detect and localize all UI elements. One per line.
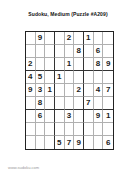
cell-r3-c3[interactable]	[45, 58, 55, 71]
cell-r3-c6[interactable]	[74, 58, 84, 71]
given-digit: 6	[106, 139, 110, 147]
cell-r2-c6[interactable]: 8	[74, 45, 84, 58]
cell-r2-c1[interactable]	[26, 45, 36, 58]
cell-r3-c2[interactable]	[36, 58, 46, 71]
cell-r2-c7[interactable]	[84, 45, 94, 58]
given-digit: 1	[57, 73, 61, 81]
given-digit: 8	[38, 99, 42, 107]
cell-r2-c3[interactable]	[45, 45, 55, 58]
cell-r6-c3[interactable]	[45, 97, 55, 110]
given-digit: 9	[28, 86, 32, 94]
cell-r6-c7[interactable]: 7	[84, 97, 94, 110]
given-digit: 3	[38, 86, 42, 94]
cell-r8-c6[interactable]	[74, 123, 84, 136]
cell-r5-c9[interactable]: 7	[103, 84, 113, 97]
given-digit: 2	[76, 86, 80, 94]
cell-r5-c2[interactable]: 3	[36, 84, 46, 97]
given-digit: 7	[67, 139, 71, 147]
cell-r6-c2[interactable]: 8	[36, 97, 46, 110]
cell-r4-c7[interactable]	[84, 71, 94, 84]
cell-r4-c6[interactable]	[74, 71, 84, 84]
cell-r2-c8[interactable]: 6	[94, 45, 104, 58]
sudoku-board: 9218621894519312478763915796	[25, 31, 114, 150]
cell-r9-c4[interactable]: 5	[55, 136, 65, 149]
cell-r1-c8[interactable]	[94, 32, 104, 45]
cell-r8-c3[interactable]	[45, 123, 55, 136]
cell-r7-c2[interactable]: 6	[36, 110, 46, 123]
cell-r9-c3[interactable]	[45, 136, 55, 149]
cell-r1-c5[interactable]: 2	[65, 32, 75, 45]
given-digit: 2	[28, 60, 32, 68]
cell-r9-c9[interactable]: 6	[103, 136, 113, 149]
cell-r5-c5[interactable]	[65, 84, 75, 97]
cell-r5-c4[interactable]	[55, 84, 65, 97]
cell-r6-c6[interactable]	[74, 97, 84, 110]
cell-r8-c1[interactable]	[26, 123, 36, 136]
given-digit: 6	[38, 112, 42, 120]
cell-r5-c7[interactable]	[84, 84, 94, 97]
given-digit: 7	[86, 99, 90, 107]
cell-r8-c7[interactable]	[84, 123, 94, 136]
cell-r8-c9[interactable]	[103, 123, 113, 136]
cell-r9-c5[interactable]: 7	[65, 136, 75, 149]
given-digit: 5	[57, 139, 61, 147]
cell-r6-c1[interactable]	[26, 97, 36, 110]
cell-r8-c4[interactable]	[55, 123, 65, 136]
cell-r9-c6[interactable]: 9	[74, 136, 84, 149]
cell-r7-c5[interactable]: 3	[65, 110, 75, 123]
cell-r3-c7[interactable]	[84, 58, 94, 71]
given-digit: 8	[96, 60, 100, 68]
cell-r4-c1[interactable]: 4	[26, 71, 36, 84]
cell-r3-c8[interactable]: 8	[94, 58, 104, 71]
cell-r4-c2[interactable]: 5	[36, 71, 46, 84]
cell-r7-c7[interactable]	[84, 110, 94, 123]
cell-r9-c8[interactable]	[94, 136, 104, 149]
given-digit: 1	[47, 86, 51, 94]
cell-r3-c9[interactable]: 9	[103, 58, 113, 71]
cell-r4-c5[interactable]	[65, 71, 75, 84]
cell-r6-c9[interactable]	[103, 97, 113, 110]
cell-r9-c7[interactable]	[84, 136, 94, 149]
cell-r3-c5[interactable]: 1	[65, 58, 75, 71]
cell-r4-c3[interactable]	[45, 71, 55, 84]
given-digit: 1	[67, 60, 71, 68]
cell-r1-c7[interactable]: 1	[84, 32, 94, 45]
puzzle-title: Sudoku, Medium (Puzzle #A209)	[0, 11, 136, 17]
cell-r9-c2[interactable]	[36, 136, 46, 149]
cell-r7-c4[interactable]	[55, 110, 65, 123]
cell-r1-c9[interactable]	[103, 32, 113, 45]
cell-r4-c4[interactable]: 1	[55, 71, 65, 84]
given-digit: 4	[96, 86, 100, 94]
cell-r1-c4[interactable]	[55, 32, 65, 45]
cell-r6-c4[interactable]	[55, 97, 65, 110]
cell-r4-c9[interactable]	[103, 71, 113, 84]
cell-r5-c6[interactable]: 2	[74, 84, 84, 97]
cell-r7-c1[interactable]	[26, 110, 36, 123]
cell-r2-c9[interactable]	[103, 45, 113, 58]
given-digit: 6	[96, 47, 100, 55]
cell-r2-c5[interactable]	[65, 45, 75, 58]
cell-r5-c8[interactable]: 4	[94, 84, 104, 97]
cell-r9-c1[interactable]	[26, 136, 36, 149]
given-digit: 9	[96, 112, 100, 120]
footer-url: www.sudoku.com	[8, 165, 39, 170]
cell-r7-c9[interactable]: 1	[103, 110, 113, 123]
cell-r7-c3[interactable]	[45, 110, 55, 123]
given-digit: 4	[28, 73, 32, 81]
given-digit: 7	[106, 86, 110, 94]
cell-r3-c4[interactable]	[55, 58, 65, 71]
cell-r1-c6[interactable]	[74, 32, 84, 45]
cell-r2-c2[interactable]	[36, 45, 46, 58]
cell-r1-c1[interactable]	[26, 32, 36, 45]
given-digit: 9	[38, 34, 42, 42]
cell-r3-c1[interactable]: 2	[26, 58, 36, 71]
cell-r4-c8[interactable]	[94, 71, 104, 84]
cell-r8-c8[interactable]	[94, 123, 104, 136]
given-digit: 2	[67, 34, 71, 42]
cell-r5-c3[interactable]: 1	[45, 84, 55, 97]
given-digit: 9	[76, 139, 80, 147]
cell-r6-c8[interactable]	[94, 97, 104, 110]
cell-r5-c1[interactable]: 9	[26, 84, 36, 97]
given-digit: 5	[38, 73, 42, 81]
cell-r6-c5[interactable]	[65, 97, 75, 110]
cell-r1-c3[interactable]	[45, 32, 55, 45]
given-digit: 1	[106, 112, 110, 120]
cell-r2-c4[interactable]	[55, 45, 65, 58]
cell-r7-c8[interactable]: 9	[94, 110, 104, 123]
cell-r1-c2[interactable]: 9	[36, 32, 46, 45]
given-digit: 9	[106, 60, 110, 68]
cell-r7-c6[interactable]	[74, 110, 84, 123]
given-digit: 3	[67, 112, 71, 120]
given-digit: 1	[86, 34, 90, 42]
cell-r8-c2[interactable]	[36, 123, 46, 136]
given-digit: 8	[76, 47, 80, 55]
cell-r8-c5[interactable]	[65, 123, 75, 136]
